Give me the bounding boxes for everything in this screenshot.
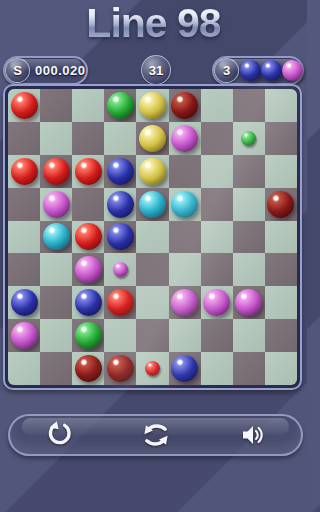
board-cell[interactable] (201, 155, 233, 188)
move-counter-value: 31 (149, 63, 163, 78)
board-cell[interactable] (8, 221, 40, 254)
board-cell[interactable] (8, 286, 40, 319)
sound-button[interactable] (223, 418, 283, 452)
move-counter-badge: 31 (141, 55, 171, 85)
next-count-value: 3 (223, 63, 230, 78)
next-ball-blue (261, 60, 282, 81)
incoming-ball-magenta[interactable] (113, 262, 128, 277)
ball-green[interactable] (75, 322, 102, 349)
ball-blue[interactable] (107, 191, 134, 218)
board-cell[interactable] (72, 319, 104, 352)
board-cell[interactable] (201, 253, 233, 286)
board-cell[interactable] (104, 286, 136, 319)
board-cell[interactable] (169, 188, 201, 221)
game-title: Line 98 (0, 0, 307, 50)
refresh-icon (141, 420, 171, 450)
board-cell[interactable] (169, 122, 201, 155)
ball-red[interactable] (107, 289, 134, 316)
ball-magenta[interactable] (43, 191, 70, 218)
board-cell[interactable] (201, 286, 233, 319)
board-cell[interactable] (104, 89, 136, 122)
board-cell[interactable] (72, 188, 104, 221)
ball-yellow[interactable] (139, 158, 166, 185)
ball-blue[interactable] (75, 289, 102, 316)
next-count-badge: 3 (214, 58, 239, 83)
board-cell[interactable] (104, 155, 136, 188)
ball-cyan[interactable] (139, 191, 166, 218)
ball-magenta[interactable] (75, 256, 102, 283)
board-cell[interactable] (169, 286, 201, 319)
incoming-ball-red[interactable] (145, 361, 160, 376)
ball-blue[interactable] (107, 223, 134, 250)
board-cell[interactable] (136, 352, 168, 385)
ball-red[interactable] (43, 158, 70, 185)
ball-magenta[interactable] (11, 322, 38, 349)
board-cell[interactable] (136, 155, 168, 188)
board-cell[interactable] (8, 122, 40, 155)
board-cell[interactable] (72, 352, 104, 385)
board-cell[interactable] (169, 155, 201, 188)
ball-green[interactable] (107, 92, 134, 119)
board-cell[interactable] (40, 352, 72, 385)
ball-dark-red[interactable] (107, 355, 134, 382)
board-cell[interactable] (40, 188, 72, 221)
ball-magenta[interactable] (171, 289, 198, 316)
board-cell[interactable] (265, 188, 297, 221)
toolbar (8, 414, 303, 456)
new-game-button[interactable] (126, 418, 186, 452)
board-cell[interactable] (8, 155, 40, 188)
ball-dark-red[interactable] (267, 191, 294, 218)
board-cell[interactable] (201, 221, 233, 254)
board-cell[interactable] (72, 221, 104, 254)
board-cell[interactable] (265, 89, 297, 122)
board-cell[interactable] (72, 253, 104, 286)
board-cell[interactable] (201, 122, 233, 155)
board-cell[interactable] (136, 286, 168, 319)
board-cell[interactable] (169, 319, 201, 352)
board-cell[interactable] (72, 155, 104, 188)
board-cell[interactable] (136, 253, 168, 286)
ball-cyan[interactable] (43, 223, 70, 250)
board-cell[interactable] (169, 253, 201, 286)
score-letter: S (13, 63, 22, 78)
board-cell[interactable] (136, 319, 168, 352)
board-cell[interactable] (8, 89, 40, 122)
board-cell[interactable] (40, 221, 72, 254)
incoming-ball-green[interactable] (241, 131, 256, 146)
ball-red[interactable] (75, 158, 102, 185)
board-cell[interactable] (136, 89, 168, 122)
board-cell[interactable] (40, 319, 72, 352)
board-cell[interactable] (8, 319, 40, 352)
board-grid (8, 89, 297, 385)
board-cell[interactable] (265, 286, 297, 319)
score-panel: S 000.020 (3, 56, 88, 85)
board-cell[interactable] (8, 253, 40, 286)
ball-magenta[interactable] (203, 289, 230, 316)
board-cell[interactable] (233, 155, 265, 188)
score-letter-badge: S (5, 58, 30, 83)
next-ball-magenta (282, 60, 303, 81)
board-cell[interactable] (8, 352, 40, 385)
board-cell[interactable] (201, 89, 233, 122)
board-cell[interactable] (201, 319, 233, 352)
board-cell[interactable] (233, 286, 265, 319)
board-cell[interactable] (233, 221, 265, 254)
game-board (3, 84, 302, 390)
next-balls-tray (240, 60, 303, 81)
ball-yellow[interactable] (139, 125, 166, 152)
board-cell[interactable] (233, 319, 265, 352)
board-cell[interactable] (233, 122, 265, 155)
undo-button[interactable] (29, 418, 89, 452)
board-cell[interactable] (40, 122, 72, 155)
ball-dark-red[interactable] (75, 355, 102, 382)
board-cell[interactable] (72, 89, 104, 122)
board-cell[interactable] (104, 253, 136, 286)
board-cell[interactable] (104, 122, 136, 155)
board-cell[interactable] (40, 286, 72, 319)
board-cell[interactable] (40, 155, 72, 188)
ball-red[interactable] (11, 92, 38, 119)
board-cell[interactable] (104, 221, 136, 254)
board-cell[interactable] (8, 188, 40, 221)
ball-dark-red[interactable] (171, 92, 198, 119)
board-cell[interactable] (265, 221, 297, 254)
board-cell[interactable] (136, 122, 168, 155)
board-cell[interactable] (136, 188, 168, 221)
board-cell[interactable] (265, 253, 297, 286)
ball-magenta[interactable] (171, 125, 198, 152)
board-cell[interactable] (169, 221, 201, 254)
board-cell[interactable] (104, 319, 136, 352)
next-balls-panel: 3 (212, 56, 304, 85)
board-cell[interactable] (201, 188, 233, 221)
board-cell[interactable] (104, 352, 136, 385)
board-cell[interactable] (201, 352, 233, 385)
board-cell[interactable] (233, 253, 265, 286)
board-cell[interactable] (265, 122, 297, 155)
ball-cyan[interactable] (171, 191, 198, 218)
volume-icon (239, 421, 267, 449)
next-ball-blue (240, 60, 261, 81)
board-cell[interactable] (40, 253, 72, 286)
ball-red[interactable] (11, 158, 38, 185)
board-cell[interactable] (72, 122, 104, 155)
ball-blue[interactable] (171, 355, 198, 382)
ball-magenta[interactable] (235, 289, 262, 316)
board-cell[interactable] (72, 286, 104, 319)
undo-icon (45, 421, 73, 449)
board-cell[interactable] (40, 89, 72, 122)
board-cell[interactable] (265, 155, 297, 188)
board-cell[interactable] (169, 89, 201, 122)
board-cell[interactable] (136, 221, 168, 254)
board-cell[interactable] (233, 89, 265, 122)
board-cell[interactable] (104, 188, 136, 221)
score-value: 000.020 (35, 63, 86, 78)
board-cell[interactable] (233, 352, 265, 385)
board-cell[interactable] (169, 352, 201, 385)
ball-blue[interactable] (11, 289, 38, 316)
board-cell[interactable] (233, 188, 265, 221)
board-cell[interactable] (265, 319, 297, 352)
ball-red[interactable] (75, 223, 102, 250)
ball-blue[interactable] (107, 158, 134, 185)
ball-yellow[interactable] (139, 92, 166, 119)
board-cell[interactable] (265, 352, 297, 385)
